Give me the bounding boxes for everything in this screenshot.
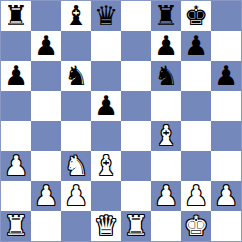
white-king-piece[interactable]: ♚ xyxy=(184,212,208,239)
square-f6[interactable]: ♞ xyxy=(151,61,181,91)
white-pawn-piece[interactable]: ♟ xyxy=(184,182,208,209)
white-pawn-piece[interactable]: ♟ xyxy=(34,182,58,209)
black-king-piece[interactable]: ♚ xyxy=(184,2,208,29)
square-c4[interactable] xyxy=(61,121,91,151)
black-pawn-piece[interactable]: ♟ xyxy=(214,62,238,89)
white-pawn-piece[interactable]: ♟ xyxy=(4,152,28,179)
square-h2[interactable]: ♟ xyxy=(211,181,241,211)
square-d7[interactable] xyxy=(91,31,121,61)
black-rook-piece[interactable]: ♜ xyxy=(154,2,178,29)
square-c8[interactable]: ♝ xyxy=(61,1,91,31)
square-g8[interactable]: ♚ xyxy=(181,1,211,31)
white-rook-piece[interactable]: ♜ xyxy=(124,212,148,239)
black-pawn-piece[interactable]: ♟ xyxy=(34,32,58,59)
square-g3[interactable] xyxy=(181,151,211,181)
black-queen-piece[interactable]: ♛ xyxy=(94,2,118,29)
square-a7[interactable] xyxy=(1,31,31,61)
square-a1[interactable]: ♜ xyxy=(1,211,31,241)
square-b4[interactable] xyxy=(31,121,61,151)
white-queen-piece[interactable]: ♛ xyxy=(94,212,118,239)
square-h6[interactable]: ♟ xyxy=(211,61,241,91)
square-a4[interactable] xyxy=(1,121,31,151)
square-h4[interactable] xyxy=(211,121,241,151)
square-h1[interactable] xyxy=(211,211,241,241)
black-pawn-piece[interactable]: ♟ xyxy=(184,32,208,59)
square-d3[interactable]: ♝ xyxy=(91,151,121,181)
black-knight-piece[interactable]: ♞ xyxy=(154,62,178,89)
square-c7[interactable] xyxy=(61,31,91,61)
square-f7[interactable]: ♟ xyxy=(151,31,181,61)
square-b6[interactable] xyxy=(31,61,61,91)
square-f4[interactable]: ♝ xyxy=(151,121,181,151)
square-e6[interactable] xyxy=(121,61,151,91)
white-pawn-piece[interactable]: ♟ xyxy=(214,182,238,209)
square-g6[interactable] xyxy=(181,61,211,91)
chess-board: ♜♝♛♜♚♟♟♟♟♞♞♟♟♝♟♞♝♟♟♟♟♟♜♛♜♚ xyxy=(0,0,242,242)
square-g4[interactable] xyxy=(181,121,211,151)
square-e3[interactable] xyxy=(121,151,151,181)
square-d6[interactable] xyxy=(91,61,121,91)
white-bishop-piece[interactable]: ♝ xyxy=(94,152,118,179)
square-a8[interactable]: ♜ xyxy=(1,1,31,31)
white-pawn-piece[interactable]: ♟ xyxy=(64,182,88,209)
square-e2[interactable] xyxy=(121,181,151,211)
square-b5[interactable] xyxy=(31,91,61,121)
square-d2[interactable] xyxy=(91,181,121,211)
square-e4[interactable] xyxy=(121,121,151,151)
white-rook-piece[interactable]: ♜ xyxy=(4,212,28,239)
square-b7[interactable]: ♟ xyxy=(31,31,61,61)
square-f1[interactable] xyxy=(151,211,181,241)
square-g7[interactable]: ♟ xyxy=(181,31,211,61)
square-h7[interactable] xyxy=(211,31,241,61)
square-a3[interactable]: ♟ xyxy=(1,151,31,181)
black-knight-piece[interactable]: ♞ xyxy=(64,62,88,89)
black-pawn-piece[interactable]: ♟ xyxy=(4,62,28,89)
square-b8[interactable] xyxy=(31,1,61,31)
square-c6[interactable]: ♞ xyxy=(61,61,91,91)
board-grid: ♜♝♛♜♚♟♟♟♟♞♞♟♟♝♟♞♝♟♟♟♟♟♜♛♜♚ xyxy=(0,0,242,242)
square-e5[interactable] xyxy=(121,91,151,121)
square-h8[interactable] xyxy=(211,1,241,31)
square-c3[interactable]: ♞ xyxy=(61,151,91,181)
square-g1[interactable]: ♚ xyxy=(181,211,211,241)
square-c5[interactable] xyxy=(61,91,91,121)
square-e1[interactable]: ♜ xyxy=(121,211,151,241)
square-b3[interactable] xyxy=(31,151,61,181)
square-b1[interactable] xyxy=(31,211,61,241)
square-d8[interactable]: ♛ xyxy=(91,1,121,31)
black-pawn-piece[interactable]: ♟ xyxy=(94,92,118,119)
square-e7[interactable] xyxy=(121,31,151,61)
square-c2[interactable]: ♟ xyxy=(61,181,91,211)
square-g5[interactable] xyxy=(181,91,211,121)
white-bishop-piece[interactable]: ♝ xyxy=(154,122,178,149)
square-g2[interactable]: ♟ xyxy=(181,181,211,211)
square-f8[interactable]: ♜ xyxy=(151,1,181,31)
square-a5[interactable] xyxy=(1,91,31,121)
square-b2[interactable]: ♟ xyxy=(31,181,61,211)
square-d5[interactable]: ♟ xyxy=(91,91,121,121)
black-pawn-piece[interactable]: ♟ xyxy=(154,32,178,59)
square-a2[interactable] xyxy=(1,181,31,211)
square-d4[interactable] xyxy=(91,121,121,151)
square-c1[interactable] xyxy=(61,211,91,241)
square-h5[interactable] xyxy=(211,91,241,121)
black-bishop-piece[interactable]: ♝ xyxy=(64,2,88,29)
square-f3[interactable] xyxy=(151,151,181,181)
square-a6[interactable]: ♟ xyxy=(1,61,31,91)
square-f2[interactable]: ♟ xyxy=(151,181,181,211)
white-pawn-piece[interactable]: ♟ xyxy=(154,182,178,209)
square-h3[interactable] xyxy=(211,151,241,181)
black-rook-piece[interactable]: ♜ xyxy=(4,2,28,29)
square-f5[interactable] xyxy=(151,91,181,121)
square-d1[interactable]: ♛ xyxy=(91,211,121,241)
white-knight-piece[interactable]: ♞ xyxy=(64,152,88,179)
square-e8[interactable] xyxy=(121,1,151,31)
